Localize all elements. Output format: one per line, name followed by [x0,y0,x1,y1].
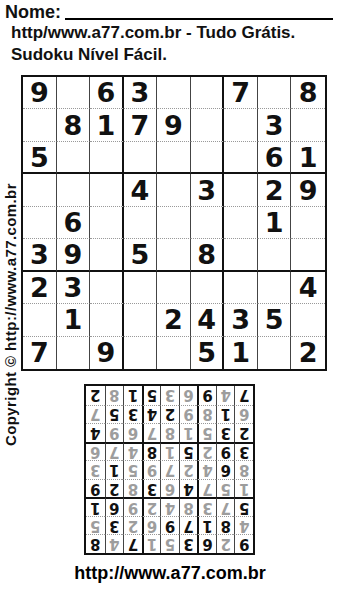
puzzle-cell-r7c2: 3 [57,272,91,304]
solution-cell-r6c8: 7 [105,442,124,461]
solution-cell-r8c6: 4 [142,405,161,424]
puzzle-cell-r8c5: 2 [157,304,191,336]
puzzle-cell-r3c8: 6 [258,142,292,174]
solution-cell-r8c2: 1 [216,405,235,424]
solution-cell-r7c4: 1 [179,423,198,442]
solution-cell-r9c3: 9 [197,386,216,405]
solution-cell-r1c3: 6 [197,534,216,553]
puzzle-cell-r8c3 [90,304,124,336]
solution-cell-r6c4: 5 [179,442,198,461]
puzzle-cell-r7c1: 2 [23,272,57,304]
puzzle-cell-r4c8: 2 [258,174,292,206]
puzzle-cell-r7c8 [258,272,292,304]
solution-cell-r2c6: 6 [142,516,161,535]
solution-cell-r7c3: 5 [197,423,216,442]
sudoku-solution-grid-rotated: 9263517484817962355738429611574638298642… [84,384,255,555]
solution-cell-r3c7: 9 [123,497,142,516]
puzzle-cell-r5c5 [157,207,191,239]
solution-cell-r8c5: 2 [160,405,179,424]
solution-cell-r2c8: 3 [105,516,124,535]
solution-cell-r3c2: 7 [216,497,235,516]
solution-cell-r9c5: 3 [160,386,179,405]
solution-cell-r4c5: 6 [160,479,179,498]
solution-cell-r2c9: 5 [86,516,105,535]
solution-cell-r2c1: 4 [234,516,253,535]
solution-cell-r8c3: 8 [197,405,216,424]
solution-cell-r4c7: 8 [123,479,142,498]
puzzle-cell-r4c4: 4 [124,174,158,206]
puzzle-cell-r7c5 [157,272,191,304]
solution-cell-r9c1: 7 [234,386,253,405]
solution-cell-r6c6: 8 [142,442,161,461]
puzzle-cell-r1c2 [57,77,91,109]
puzzle-cell-r1c3: 6 [90,77,124,109]
puzzle-cell-r9c1: 7 [23,337,57,369]
solution-cell-r4c9: 9 [86,479,105,498]
puzzle-cell-r6c8 [258,239,292,271]
solution-cell-r7c8: 9 [105,423,124,442]
puzzle-cell-r2c8: 3 [258,109,292,141]
puzzle-cell-r6c6: 8 [191,239,225,271]
solution-cell-r9c2: 4 [216,386,235,405]
puzzle-cell-r1c9: 8 [291,77,325,109]
puzzle-cell-r7c3 [90,272,124,304]
puzzle-cell-r1c5 [157,77,191,109]
puzzle-cell-r8c6: 4 [191,304,225,336]
solution-cell-r9c4: 6 [179,386,198,405]
puzzle-cell-r3c2 [57,142,91,174]
puzzle-cell-r5c1 [23,207,57,239]
solution-cell-r1c8: 4 [105,534,124,553]
puzzle-cell-r3c4 [124,142,158,174]
solution-cell-r2c2: 8 [216,516,235,535]
solution-cell-r5c3: 4 [197,460,216,479]
puzzle-cell-r7c7 [224,272,258,304]
solution-cell-r1c6: 1 [142,534,161,553]
name-row: Nome: [5,2,333,22]
site-title: http/www.a77.com.br - Tudo Grátis. [5,22,333,44]
name-blank-line [65,4,333,20]
puzzle-cell-r9c9: 2 [291,337,325,369]
puzzle-cell-r1c8 [258,77,292,109]
puzzle-cell-r6c2: 9 [57,239,91,271]
puzzle-cell-r3c5 [157,142,191,174]
puzzle-cell-r5c3 [90,207,124,239]
solution-cell-r1c4: 3 [179,534,198,553]
puzzle-cell-r4c1 [23,174,57,206]
solution-cell-r3c3: 3 [197,497,216,516]
difficulty-title: Sudoku Nível Fácil. [5,44,333,66]
solution-cell-r8c9: 7 [86,405,105,424]
solution-cell-r7c9: 4 [86,423,105,442]
solution-cell-r7c7: 6 [123,423,142,442]
puzzle-cell-r6c1: 3 [23,239,57,271]
puzzle-cell-r6c5 [157,239,191,271]
puzzle-cell-r9c2 [57,337,91,369]
solution-cell-r3c9: 1 [86,497,105,516]
solution-cell-r4c2: 5 [216,479,235,498]
puzzle-cell-r2c3: 1 [90,109,124,141]
puzzle-cell-r2c1 [23,109,57,141]
solution-cell-r3c6: 2 [142,497,161,516]
puzzle-cell-r3c7 [224,142,258,174]
puzzle-cell-r3c1: 5 [23,142,57,174]
puzzle-cell-r8c9 [291,304,325,336]
puzzle-cell-r8c7: 3 [224,304,258,336]
puzzle-cell-r1c4: 3 [124,77,158,109]
puzzle-cell-r2c4: 7 [124,109,158,141]
puzzle-cell-r9c7: 1 [224,337,258,369]
puzzle-cell-r8c2: 1 [57,304,91,336]
copyright-vertical-text: Copyright © http://www.a77.com.br [2,183,19,446]
solution-cell-r7c6: 7 [142,423,161,442]
solution-cell-r3c8: 6 [105,497,124,516]
solution-cell-r2c3: 1 [197,516,216,535]
puzzle-cell-r9c8 [258,337,292,369]
page-header: Nome: http/www.a77.com.br - Tudo Grátis.… [5,2,333,66]
solution-cell-r2c4: 7 [179,516,198,535]
solution-cell-r6c2: 9 [216,442,235,461]
puzzle-cell-r3c6 [191,142,225,174]
puzzle-cell-r1c7: 7 [224,77,258,109]
puzzle-cell-r3c3 [90,142,124,174]
solution-cell-r6c7: 4 [123,442,142,461]
solution-cell-r4c6: 3 [142,479,161,498]
puzzle-cell-r5c6 [191,207,225,239]
puzzle-cell-r2c6 [191,109,225,141]
solution-cell-r4c4: 4 [179,479,198,498]
puzzle-cell-r2c9 [291,109,325,141]
solution-cell-r3c1: 5 [234,497,253,516]
puzzle-cell-r5c7 [224,207,258,239]
solution-cell-r8c4: 9 [179,405,198,424]
puzzle-cell-r5c2: 6 [57,207,91,239]
solution-cell-r5c8: 1 [105,460,124,479]
name-label: Nome: [5,2,61,22]
solution-cell-r7c5: 8 [160,423,179,442]
solution-cell-r8c8: 5 [105,405,124,424]
puzzle-cell-r1c6 [191,77,225,109]
solution-cell-r3c5: 4 [160,497,179,516]
solution-cell-r1c9: 8 [86,534,105,553]
puzzle-cell-r5c4 [124,207,158,239]
puzzle-cell-r6c9 [291,239,325,271]
solution-cell-r1c7: 7 [123,534,142,553]
solution-cell-r4c3: 7 [197,479,216,498]
puzzle-cell-r6c7 [224,239,258,271]
puzzle-cell-r8c8: 5 [258,304,292,336]
solution-cell-r9c7: 1 [123,386,142,405]
solution-cell-r3c4: 8 [179,497,198,516]
puzzle-cell-r7c4 [124,272,158,304]
solution-cell-r6c5: 1 [160,442,179,461]
solution-cell-r5c6: 9 [142,460,161,479]
puzzle-cell-r7c6 [191,272,225,304]
solution-cell-r7c1: 2 [234,423,253,442]
solution-cell-r9c6: 5 [142,386,161,405]
solution-cell-r1c5: 5 [160,534,179,553]
puzzle-cell-r1c1: 9 [23,77,57,109]
puzzle-cell-r9c5 [157,337,191,369]
puzzle-cell-r2c7 [224,109,258,141]
puzzle-cell-r6c4: 5 [124,239,158,271]
puzzle-cell-r7c9: 4 [291,272,325,304]
solution-cell-r8c7: 3 [123,405,142,424]
solution-cell-r5c2: 6 [216,460,235,479]
puzzle-cell-r3c9: 1 [291,142,325,174]
puzzle-cell-r9c4 [124,337,158,369]
solution-cell-r1c1: 9 [234,534,253,553]
puzzle-cell-r8c1 [23,304,57,336]
puzzle-cell-r9c3: 9 [90,337,124,369]
puzzle-cell-r4c9: 9 [291,174,325,206]
solution-cell-r5c5: 7 [160,460,179,479]
puzzle-cell-r6c3 [90,239,124,271]
puzzle-cell-r4c7 [224,174,258,206]
solution-cell-r4c1: 1 [234,479,253,498]
puzzle-cell-r9c6: 5 [191,337,225,369]
solution-cell-r5c4: 2 [179,460,198,479]
solution-cell-r9c9: 2 [86,386,105,405]
solution-cell-r6c9: 6 [86,442,105,461]
solution-cell-r6c1: 3 [234,442,253,461]
solution-cell-r5c7: 5 [123,460,142,479]
sudoku-puzzle-grid: 963788179356143296139582341243579512 [21,75,327,371]
puzzle-cell-r2c5: 9 [157,109,191,141]
solution-cell-r2c7: 2 [123,516,142,535]
puzzle-cell-r5c9 [291,207,325,239]
puzzle-cell-r2c2: 8 [57,109,91,141]
puzzle-cell-r4c6: 3 [191,174,225,206]
puzzle-cell-r5c8: 1 [258,207,292,239]
solution-cell-r9c8: 8 [105,386,124,405]
puzzle-cell-r4c5 [157,174,191,206]
puzzle-cell-r8c4 [124,304,158,336]
solution-cell-r5c9: 3 [86,460,105,479]
puzzle-cell-r4c3 [90,174,124,206]
solution-cell-r1c2: 2 [216,534,235,553]
solution-cell-r5c1: 8 [234,460,253,479]
solution-cell-r7c2: 3 [216,423,235,442]
puzzle-cell-r4c2 [57,174,91,206]
solution-cell-r8c1: 6 [234,405,253,424]
solution-cell-r2c5: 9 [160,516,179,535]
solution-cell-r4c8: 2 [105,479,124,498]
footer-url: http://www.a77.com.br [0,563,340,584]
solution-cell-r6c3: 2 [197,442,216,461]
